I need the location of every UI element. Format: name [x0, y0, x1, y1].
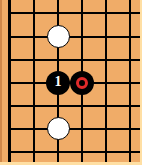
crop-edge-highlight-bottom — [0, 162, 142, 165]
white-stone — [47, 117, 70, 140]
circle-mark-icon — [76, 77, 88, 89]
stones-layer: 1 — [0, 2, 142, 163]
go-board: 1 — [0, 0, 142, 165]
move-number-label: 1 — [55, 75, 62, 89]
white-stone — [47, 25, 70, 48]
black-stone: 1 — [46, 71, 70, 95]
board-intersection: 1 — [46, 71, 70, 94]
board-intersection — [46, 25, 70, 48]
black-stone — [70, 71, 94, 95]
crop-edge-highlight-right — [140, 0, 142, 165]
board-intersection — [70, 71, 94, 94]
board-intersection — [46, 117, 70, 140]
